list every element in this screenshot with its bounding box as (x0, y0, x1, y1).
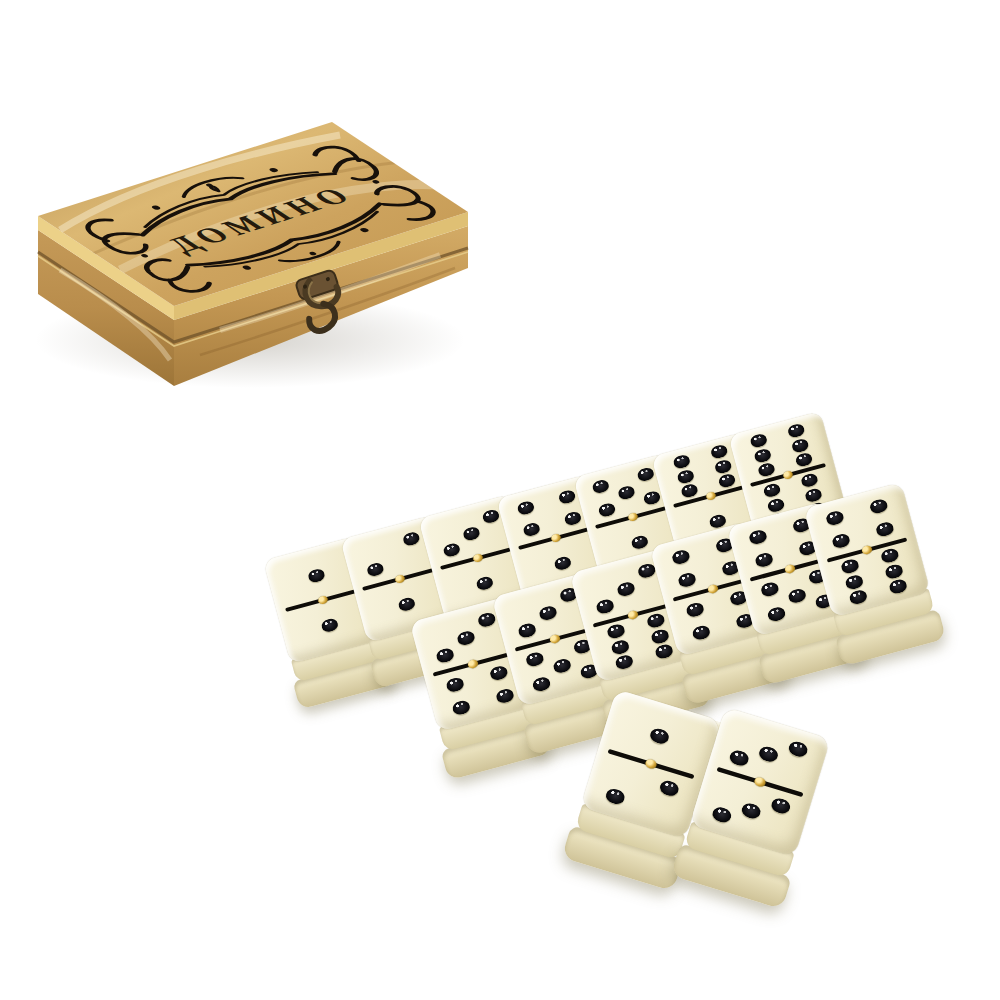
pip (767, 497, 786, 513)
pip (887, 578, 907, 595)
pip (645, 612, 665, 629)
pip (592, 478, 611, 494)
pip (494, 687, 514, 704)
pip (630, 534, 649, 550)
pip (616, 580, 636, 597)
pip (366, 561, 385, 577)
pip (676, 468, 695, 484)
pip (728, 749, 750, 768)
pip (557, 489, 576, 505)
pip (443, 542, 462, 558)
pip (525, 651, 545, 668)
pip (462, 525, 481, 541)
pip (767, 605, 787, 622)
pip (740, 801, 762, 820)
pip (636, 467, 655, 483)
pip (307, 567, 326, 583)
pip (840, 558, 860, 575)
pip (713, 458, 732, 474)
pip (763, 482, 782, 498)
pip (874, 520, 894, 537)
pip (649, 627, 669, 644)
pip (691, 624, 711, 641)
pip (753, 447, 772, 463)
pip (617, 484, 636, 500)
pip (658, 779, 680, 798)
pip (522, 521, 541, 537)
pip (401, 531, 420, 547)
pip (717, 472, 736, 488)
pip (532, 675, 552, 692)
pip (605, 786, 627, 805)
pip (786, 739, 808, 758)
pip (709, 444, 728, 460)
pip (879, 547, 899, 564)
pip (794, 451, 813, 467)
pip (563, 510, 582, 526)
pip (552, 657, 572, 674)
pip (685, 601, 705, 618)
pip (844, 573, 864, 590)
pip (883, 562, 903, 579)
pip (831, 532, 851, 549)
pip (435, 647, 455, 664)
pip (481, 508, 500, 524)
pip (614, 653, 634, 670)
pip (757, 461, 776, 477)
pip (445, 676, 465, 693)
pip (320, 617, 339, 633)
pip (787, 587, 807, 604)
pip (760, 581, 780, 598)
pip (868, 498, 888, 515)
pip (451, 699, 471, 716)
product-photo: ДОМИНО (0, 0, 1000, 1000)
pip (750, 433, 769, 449)
pip (595, 598, 615, 615)
pip (598, 501, 617, 517)
pip (803, 487, 822, 503)
pip (517, 500, 536, 516)
pip (538, 604, 558, 621)
tile-scene (0, 0, 1000, 1000)
pip (606, 623, 626, 640)
pip (671, 548, 691, 565)
pip (757, 744, 779, 763)
pip (769, 796, 791, 815)
pip (748, 528, 768, 545)
pip (754, 551, 774, 568)
pip (648, 726, 670, 745)
pip (653, 643, 673, 660)
pip (825, 509, 845, 526)
pip (553, 555, 572, 571)
pip (680, 482, 699, 498)
pip (475, 575, 494, 591)
pip (673, 454, 692, 470)
pip (711, 805, 733, 824)
pip (517, 622, 537, 639)
pip (610, 638, 630, 655)
pip (476, 611, 496, 628)
pip (800, 472, 819, 488)
pip (786, 423, 805, 439)
pip (642, 490, 661, 506)
pip (848, 588, 868, 605)
pip (456, 629, 476, 646)
pip (677, 571, 697, 588)
pip (488, 665, 508, 682)
pip (790, 437, 809, 453)
pip (397, 596, 416, 612)
